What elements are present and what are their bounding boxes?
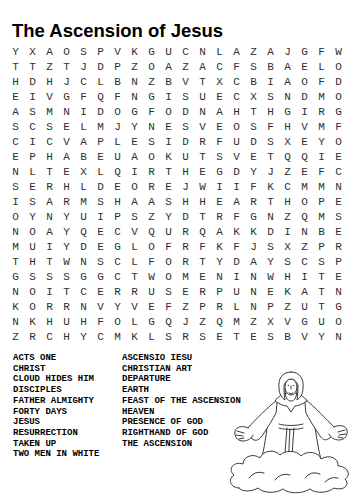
- grid-cell-r16c5[interactable]: G: [75, 269, 92, 284]
- grid-cell-r20c2[interactable]: R: [24, 329, 41, 344]
- grid-cell-r20c1[interactable]: Z: [7, 329, 24, 344]
- grid-cell-r3c11[interactable]: V: [177, 74, 194, 89]
- grid-cell-r5c11[interactable]: D: [177, 104, 194, 119]
- grid-cell-r1c10[interactable]: U: [160, 44, 177, 59]
- grid-cell-r11c5[interactable]: M: [75, 194, 92, 209]
- grid-cell-r6c14[interactable]: O: [228, 119, 245, 134]
- grid-cell-r20c8[interactable]: K: [126, 329, 143, 344]
- grid-cell-r17c13[interactable]: P: [211, 284, 228, 299]
- grid-cell-r2c12[interactable]: A: [194, 59, 211, 74]
- grid-cell-r7c2[interactable]: I: [24, 134, 41, 149]
- grid-cell-r3c8[interactable]: N: [126, 74, 143, 89]
- grid-cell-r15c3[interactable]: T: [41, 254, 58, 269]
- grid-cell-r13c17[interactable]: I: [279, 224, 296, 239]
- grid-cell-r8c15[interactable]: E: [245, 149, 262, 164]
- grid-cell-r10c1[interactable]: S: [7, 179, 24, 194]
- grid-cell-r6c19[interactable]: M: [313, 119, 330, 134]
- grid-cell-r9c2[interactable]: L: [24, 164, 41, 179]
- grid-cell-r6c18[interactable]: V: [296, 119, 313, 134]
- grid-cell-r8c17[interactable]: Q: [279, 149, 296, 164]
- grid-cell-r10c3[interactable]: R: [41, 179, 58, 194]
- grid-cell-r17c2[interactable]: O: [24, 284, 41, 299]
- grid-cell-r4c10[interactable]: I: [160, 89, 177, 104]
- grid-cell-r14c9[interactable]: O: [143, 239, 160, 254]
- grid-cell-r15c11[interactable]: R: [177, 254, 194, 269]
- grid-cell-r5c17[interactable]: G: [279, 104, 296, 119]
- grid-cell-r20c16[interactable]: S: [262, 329, 279, 344]
- grid-cell-r19c16[interactable]: X: [262, 314, 279, 329]
- grid-cell-r12c3[interactable]: N: [41, 209, 58, 224]
- grid-cell-r6c6[interactable]: M: [92, 119, 109, 134]
- grid-cell-r7c20[interactable]: O: [330, 134, 347, 149]
- grid-cell-r2c2[interactable]: T: [24, 59, 41, 74]
- grid-cell-r3c15[interactable]: B: [245, 74, 262, 89]
- grid-cell-r9c8[interactable]: I: [126, 164, 143, 179]
- grid-cell-r12c6[interactable]: I: [92, 209, 109, 224]
- grid-cell-r15c10[interactable]: O: [160, 254, 177, 269]
- grid-cell-r10c11[interactable]: J: [177, 179, 194, 194]
- grid-cell-r14c7[interactable]: G: [109, 239, 126, 254]
- grid-cell-r17c19[interactable]: T: [313, 284, 330, 299]
- grid-cell-r19c18[interactable]: G: [296, 314, 313, 329]
- grid-cell-r19c6[interactable]: F: [92, 314, 109, 329]
- grid-cell-r10c18[interactable]: M: [296, 179, 313, 194]
- grid-cell-r1c20[interactable]: W: [330, 44, 347, 59]
- grid-cell-r15c17[interactable]: S: [279, 254, 296, 269]
- grid-cell-r10c19[interactable]: M: [313, 179, 330, 194]
- grid-cell-r20c17[interactable]: B: [279, 329, 296, 344]
- grid-cell-r20c3[interactable]: C: [41, 329, 58, 344]
- grid-cell-r7c3[interactable]: C: [41, 134, 58, 149]
- grid-cell-r1c14[interactable]: A: [228, 44, 245, 59]
- grid-cell-r3c20[interactable]: D: [330, 74, 347, 89]
- grid-cell-r6c1[interactable]: S: [7, 119, 24, 134]
- grid-cell-r5c1[interactable]: A: [7, 104, 24, 119]
- grid-cell-r18c13[interactable]: R: [211, 299, 228, 314]
- grid-cell-r20c12[interactable]: S: [194, 329, 211, 344]
- grid-cell-r8c5[interactable]: B: [75, 149, 92, 164]
- grid-cell-r2c3[interactable]: Z: [41, 59, 58, 74]
- grid-cell-r9c3[interactable]: T: [41, 164, 58, 179]
- grid-cell-r3c19[interactable]: F: [313, 74, 330, 89]
- grid-cell-r15c4[interactable]: W: [58, 254, 75, 269]
- grid-cell-r14c4[interactable]: Y: [58, 239, 75, 254]
- grid-cell-r14c18[interactable]: Z: [296, 239, 313, 254]
- grid-cell-r13c15[interactable]: K: [245, 224, 262, 239]
- grid-cell-r11c6[interactable]: S: [92, 194, 109, 209]
- grid-cell-r18c20[interactable]: G: [330, 299, 347, 314]
- grid-cell-r15c14[interactable]: D: [228, 254, 245, 269]
- grid-cell-r7c11[interactable]: D: [177, 134, 194, 149]
- grid-cell-r2c1[interactable]: T: [7, 59, 24, 74]
- grid-cell-r15c20[interactable]: P: [330, 254, 347, 269]
- grid-cell-r18c2[interactable]: O: [24, 299, 41, 314]
- grid-cell-r9c4[interactable]: E: [58, 164, 75, 179]
- grid-cell-r17c4[interactable]: T: [58, 284, 75, 299]
- grid-cell-r8c6[interactable]: E: [92, 149, 109, 164]
- grid-cell-r5c16[interactable]: H: [262, 104, 279, 119]
- grid-cell-r17c7[interactable]: R: [109, 284, 126, 299]
- grid-cell-r7c5[interactable]: A: [75, 134, 92, 149]
- grid-cell-r2c11[interactable]: Z: [177, 59, 194, 74]
- grid-cell-r2c20[interactable]: O: [330, 59, 347, 74]
- grid-cell-r13c6[interactable]: E: [92, 224, 109, 239]
- grid-cell-r8c13[interactable]: S: [211, 149, 228, 164]
- grid-cell-r15c2[interactable]: H: [24, 254, 41, 269]
- grid-cell-r10c5[interactable]: L: [75, 179, 92, 194]
- grid-cell-r2c18[interactable]: E: [296, 59, 313, 74]
- grid-cell-r14c12[interactable]: F: [194, 239, 211, 254]
- grid-cell-r10c17[interactable]: C: [279, 179, 296, 194]
- grid-cell-r6c10[interactable]: E: [160, 119, 177, 134]
- grid-cell-r5c3[interactable]: M: [41, 104, 58, 119]
- grid-cell-r2c9[interactable]: O: [143, 59, 160, 74]
- grid-cell-r20c18[interactable]: V: [296, 329, 313, 344]
- grid-cell-r14c8[interactable]: L: [126, 239, 143, 254]
- grid-cell-r14c10[interactable]: F: [160, 239, 177, 254]
- grid-cell-r3c4[interactable]: J: [58, 74, 75, 89]
- grid-cell-r17c15[interactable]: N: [245, 284, 262, 299]
- grid-cell-r10c15[interactable]: F: [245, 179, 262, 194]
- grid-cell-r15c15[interactable]: A: [245, 254, 262, 269]
- grid-cell-r17c5[interactable]: C: [75, 284, 92, 299]
- grid-cell-r2c5[interactable]: J: [75, 59, 92, 74]
- grid-cell-r4c13[interactable]: E: [211, 89, 228, 104]
- grid-cell-r4c11[interactable]: S: [177, 89, 194, 104]
- grid-cell-r16c20[interactable]: E: [330, 269, 347, 284]
- grid-cell-r16c6[interactable]: G: [92, 269, 109, 284]
- grid-cell-r4c17[interactable]: N: [279, 89, 296, 104]
- grid-cell-r7c6[interactable]: P: [92, 134, 109, 149]
- grid-cell-r20c20[interactable]: N: [330, 329, 347, 344]
- grid-cell-r17c10[interactable]: S: [160, 284, 177, 299]
- grid-cell-r10c8[interactable]: O: [126, 179, 143, 194]
- grid-cell-r17c20[interactable]: N: [330, 284, 347, 299]
- grid-cell-r11c4[interactable]: R: [58, 194, 75, 209]
- grid-cell-r17c8[interactable]: R: [126, 284, 143, 299]
- grid-cell-r12c1[interactable]: O: [7, 209, 24, 224]
- grid-cell-r17c12[interactable]: R: [194, 284, 211, 299]
- grid-cell-r7c10[interactable]: I: [160, 134, 177, 149]
- grid-cell-r12c14[interactable]: F: [228, 209, 245, 224]
- grid-cell-r2c16[interactable]: B: [262, 59, 279, 74]
- grid-cell-r7c9[interactable]: S: [143, 134, 160, 149]
- grid-cell-r19c7[interactable]: O: [109, 314, 126, 329]
- grid-cell-r12c11[interactable]: D: [177, 209, 194, 224]
- grid-cell-r1c7[interactable]: V: [109, 44, 126, 59]
- grid-cell-r9c18[interactable]: E: [296, 164, 313, 179]
- grid-cell-r14c19[interactable]: P: [313, 239, 330, 254]
- grid-cell-r4c14[interactable]: C: [228, 89, 245, 104]
- grid-cell-r3c1[interactable]: H: [7, 74, 24, 89]
- grid-cell-r8c1[interactable]: E: [7, 149, 24, 164]
- grid-cell-r1c11[interactable]: C: [177, 44, 194, 59]
- grid-cell-r4c2[interactable]: I: [24, 89, 41, 104]
- grid-cell-r2c6[interactable]: D: [92, 59, 109, 74]
- grid-cell-r15c1[interactable]: T: [7, 254, 24, 269]
- grid-cell-r13c13[interactable]: A: [211, 224, 228, 239]
- grid-cell-r1c5[interactable]: S: [75, 44, 92, 59]
- grid-cell-r2c15[interactable]: S: [245, 59, 262, 74]
- grid-cell-r4c18[interactable]: D: [296, 89, 313, 104]
- grid-cell-r19c11[interactable]: J: [177, 314, 194, 329]
- grid-cell-r19c10[interactable]: Q: [160, 314, 177, 329]
- grid-cell-r11c11[interactable]: H: [177, 194, 194, 209]
- grid-cell-r3c9[interactable]: Z: [143, 74, 160, 89]
- grid-cell-r4c3[interactable]: V: [41, 89, 58, 104]
- grid-cell-r17c11[interactable]: E: [177, 284, 194, 299]
- grid-cell-r20c15[interactable]: E: [245, 329, 262, 344]
- grid-cell-r19c5[interactable]: H: [75, 314, 92, 329]
- grid-cell-r6c11[interactable]: S: [177, 119, 194, 134]
- grid-cell-r4c7[interactable]: F: [109, 89, 126, 104]
- grid-cell-r20c13[interactable]: E: [211, 329, 228, 344]
- grid-cell-r6c16[interactable]: F: [262, 119, 279, 134]
- grid-cell-r3c13[interactable]: X: [211, 74, 228, 89]
- grid-cell-r11c19[interactable]: P: [313, 194, 330, 209]
- grid-cell-r18c11[interactable]: Z: [177, 299, 194, 314]
- grid-cell-r6c8[interactable]: Y: [126, 119, 143, 134]
- grid-cell-r2c4[interactable]: T: [58, 59, 75, 74]
- grid-cell-r16c3[interactable]: S: [41, 269, 58, 284]
- grid-cell-r16c7[interactable]: C: [109, 269, 126, 284]
- grid-cell-r16c9[interactable]: W: [143, 269, 160, 284]
- grid-cell-r9c10[interactable]: T: [160, 164, 177, 179]
- grid-cell-r8c10[interactable]: K: [160, 149, 177, 164]
- grid-cell-r16c1[interactable]: G: [7, 269, 24, 284]
- grid-cell-r5c14[interactable]: H: [228, 104, 245, 119]
- grid-cell-r16c2[interactable]: S: [24, 269, 41, 284]
- grid-cell-r18c14[interactable]: L: [228, 299, 245, 314]
- grid-cell-r19c13[interactable]: Q: [211, 314, 228, 329]
- grid-cell-r12c5[interactable]: U: [75, 209, 92, 224]
- grid-cell-r15c7[interactable]: C: [109, 254, 126, 269]
- grid-cell-r4c19[interactable]: M: [313, 89, 330, 104]
- grid-cell-r10c6[interactable]: D: [92, 179, 109, 194]
- grid-cell-r14c1[interactable]: M: [7, 239, 24, 254]
- grid-cell-r14c17[interactable]: X: [279, 239, 296, 254]
- grid-cell-r5c13[interactable]: A: [211, 104, 228, 119]
- grid-cell-r4c6[interactable]: Q: [92, 89, 109, 104]
- grid-cell-r16c4[interactable]: S: [58, 269, 75, 284]
- grid-cell-r19c3[interactable]: H: [41, 314, 58, 329]
- grid-cell-r20c10[interactable]: S: [160, 329, 177, 344]
- grid-cell-r1c2[interactable]: X: [24, 44, 41, 59]
- grid-cell-r11c9[interactable]: A: [143, 194, 160, 209]
- grid-cell-r7c17[interactable]: X: [279, 134, 296, 149]
- grid-cell-r18c5[interactable]: N: [75, 299, 92, 314]
- grid-cell-r8c7[interactable]: U: [109, 149, 126, 164]
- grid-cell-r17c16[interactable]: E: [262, 284, 279, 299]
- grid-cell-r8c11[interactable]: U: [177, 149, 194, 164]
- grid-cell-r18c3[interactable]: R: [41, 299, 58, 314]
- grid-cell-r6c20[interactable]: F: [330, 119, 347, 134]
- grid-cell-r20c11[interactable]: R: [177, 329, 194, 344]
- grid-cell-r5c6[interactable]: D: [92, 104, 109, 119]
- grid-cell-r8c4[interactable]: A: [58, 149, 75, 164]
- grid-cell-r17c18[interactable]: A: [296, 284, 313, 299]
- grid-cell-r8c8[interactable]: A: [126, 149, 143, 164]
- grid-cell-r4c16[interactable]: S: [262, 89, 279, 104]
- grid-cell-r19c14[interactable]: M: [228, 314, 245, 329]
- grid-cell-r15c5[interactable]: N: [75, 254, 92, 269]
- grid-cell-r9c15[interactable]: Y: [245, 164, 262, 179]
- grid-cell-r3c16[interactable]: I: [262, 74, 279, 89]
- grid-cell-r15c9[interactable]: F: [143, 254, 160, 269]
- grid-cell-r4c20[interactable]: O: [330, 89, 347, 104]
- grid-cell-r4c4[interactable]: G: [58, 89, 75, 104]
- grid-cell-r4c8[interactable]: N: [126, 89, 143, 104]
- grid-cell-r4c15[interactable]: X: [245, 89, 262, 104]
- grid-cell-r10c14[interactable]: I: [228, 179, 245, 194]
- grid-cell-r15c18[interactable]: C: [296, 254, 313, 269]
- grid-cell-r9c6[interactable]: L: [92, 164, 109, 179]
- grid-cell-r1c9[interactable]: G: [143, 44, 160, 59]
- grid-cell-r15c13[interactable]: Y: [211, 254, 228, 269]
- grid-cell-r18c8[interactable]: V: [126, 299, 143, 314]
- grid-cell-r2c8[interactable]: Z: [126, 59, 143, 74]
- grid-cell-r6c9[interactable]: N: [143, 119, 160, 134]
- grid-cell-r11c17[interactable]: H: [279, 194, 296, 209]
- grid-cell-r6c17[interactable]: H: [279, 119, 296, 134]
- grid-cell-r10c4[interactable]: H: [58, 179, 75, 194]
- grid-cell-r19c4[interactable]: U: [58, 314, 75, 329]
- grid-cell-r11c3[interactable]: A: [41, 194, 58, 209]
- grid-cell-r2c14[interactable]: F: [228, 59, 245, 74]
- grid-cell-r11c8[interactable]: A: [126, 194, 143, 209]
- grid-cell-r2c19[interactable]: L: [313, 59, 330, 74]
- grid-cell-r7c4[interactable]: V: [58, 134, 75, 149]
- grid-cell-r18c10[interactable]: F: [160, 299, 177, 314]
- grid-cell-r1c16[interactable]: A: [262, 44, 279, 59]
- grid-cell-r13c18[interactable]: N: [296, 224, 313, 239]
- grid-cell-r13c20[interactable]: E: [330, 224, 347, 239]
- grid-cell-r12c8[interactable]: S: [126, 209, 143, 224]
- grid-cell-r6c4[interactable]: E: [58, 119, 75, 134]
- grid-cell-r8c3[interactable]: H: [41, 149, 58, 164]
- grid-cell-r10c2[interactable]: E: [24, 179, 41, 194]
- grid-cell-r2c7[interactable]: P: [109, 59, 126, 74]
- grid-cell-r5c20[interactable]: G: [330, 104, 347, 119]
- grid-cell-r11c10[interactable]: S: [160, 194, 177, 209]
- grid-cell-r6c5[interactable]: L: [75, 119, 92, 134]
- grid-cell-r12c12[interactable]: T: [194, 209, 211, 224]
- grid-cell-r1c12[interactable]: N: [194, 44, 211, 59]
- grid-cell-r18c9[interactable]: E: [143, 299, 160, 314]
- grid-cell-r3c3[interactable]: H: [41, 74, 58, 89]
- grid-cell-r7c15[interactable]: D: [245, 134, 262, 149]
- grid-cell-r5c4[interactable]: N: [58, 104, 75, 119]
- grid-cell-r9c13[interactable]: G: [211, 164, 228, 179]
- grid-cell-r12c4[interactable]: Y: [58, 209, 75, 224]
- grid-cell-r2c10[interactable]: A: [160, 59, 177, 74]
- grid-cell-r5c5[interactable]: I: [75, 104, 92, 119]
- grid-cell-r12c17[interactable]: Z: [279, 209, 296, 224]
- grid-cell-r16c13[interactable]: N: [211, 269, 228, 284]
- grid-cell-r15c6[interactable]: S: [92, 254, 109, 269]
- grid-cell-r14c3[interactable]: I: [41, 239, 58, 254]
- grid-cell-r10c13[interactable]: I: [211, 179, 228, 194]
- grid-cell-r14c14[interactable]: F: [228, 239, 245, 254]
- grid-cell-r8c14[interactable]: V: [228, 149, 245, 164]
- grid-cell-r12c9[interactable]: Z: [143, 209, 160, 224]
- grid-cell-r12c7[interactable]: P: [109, 209, 126, 224]
- grid-cell-r20c6[interactable]: C: [92, 329, 109, 344]
- grid-cell-r13c7[interactable]: C: [109, 224, 126, 239]
- grid-cell-r6c3[interactable]: S: [41, 119, 58, 134]
- grid-cell-r9c7[interactable]: Q: [109, 164, 126, 179]
- grid-cell-r10c9[interactable]: R: [143, 179, 160, 194]
- grid-cell-r20c9[interactable]: L: [143, 329, 160, 344]
- grid-cell-r13c19[interactable]: B: [313, 224, 330, 239]
- grid-cell-r14c11[interactable]: R: [177, 239, 194, 254]
- grid-cell-r12c16[interactable]: N: [262, 209, 279, 224]
- grid-cell-r9c17[interactable]: Z: [279, 164, 296, 179]
- grid-cell-r16c10[interactable]: O: [160, 269, 177, 284]
- grid-cell-r4c12[interactable]: U: [194, 89, 211, 104]
- grid-cell-r7c16[interactable]: S: [262, 134, 279, 149]
- grid-cell-r20c7[interactable]: M: [109, 329, 126, 344]
- grid-cell-r14c5[interactable]: D: [75, 239, 92, 254]
- grid-cell-r10c20[interactable]: N: [330, 179, 347, 194]
- grid-cell-r13c4[interactable]: Y: [58, 224, 75, 239]
- grid-cell-r18c12[interactable]: P: [194, 299, 211, 314]
- grid-cell-r7c13[interactable]: F: [211, 134, 228, 149]
- grid-cell-r11c1[interactable]: I: [7, 194, 24, 209]
- grid-cell-r6c15[interactable]: S: [245, 119, 262, 134]
- grid-cell-r5c18[interactable]: I: [296, 104, 313, 119]
- grid-cell-r10c12[interactable]: W: [194, 179, 211, 194]
- grid-cell-r5c8[interactable]: G: [126, 104, 143, 119]
- grid-cell-r14c20[interactable]: R: [330, 239, 347, 254]
- grid-cell-r6c12[interactable]: V: [194, 119, 211, 134]
- grid-cell-r16c16[interactable]: W: [262, 269, 279, 284]
- grid-cell-r1c1[interactable]: Y: [7, 44, 24, 59]
- grid-cell-r16c15[interactable]: N: [245, 269, 262, 284]
- grid-cell-r12c2[interactable]: Y: [24, 209, 41, 224]
- grid-cell-r11c16[interactable]: T: [262, 194, 279, 209]
- grid-cell-r14c16[interactable]: S: [262, 239, 279, 254]
- grid-cell-r7c18[interactable]: E: [296, 134, 313, 149]
- grid-cell-r11c7[interactable]: H: [109, 194, 126, 209]
- grid-cell-r16c14[interactable]: I: [228, 269, 245, 284]
- grid-cell-r2c13[interactable]: C: [211, 59, 228, 74]
- grid-cell-r15c16[interactable]: Y: [262, 254, 279, 269]
- grid-cell-r4c5[interactable]: F: [75, 89, 92, 104]
- grid-cell-r3c2[interactable]: D: [24, 74, 41, 89]
- grid-cell-r6c7[interactable]: J: [109, 119, 126, 134]
- grid-cell-r8c20[interactable]: E: [330, 149, 347, 164]
- grid-cell-r4c9[interactable]: G: [143, 89, 160, 104]
- grid-cell-r2c17[interactable]: A: [279, 59, 296, 74]
- grid-cell-r1c6[interactable]: P: [92, 44, 109, 59]
- grid-cell-r19c9[interactable]: G: [143, 314, 160, 329]
- grid-cell-r13c11[interactable]: R: [177, 224, 194, 239]
- grid-cell-r12c18[interactable]: Q: [296, 209, 313, 224]
- grid-cell-r3c17[interactable]: A: [279, 74, 296, 89]
- grid-cell-r11c13[interactable]: E: [211, 194, 228, 209]
- grid-cell-r10c16[interactable]: K: [262, 179, 279, 194]
- grid-cell-r19c19[interactable]: U: [313, 314, 330, 329]
- grid-cell-r16c8[interactable]: T: [126, 269, 143, 284]
- grid-cell-r8c12[interactable]: T: [194, 149, 211, 164]
- grid-cell-r17c1[interactable]: N: [7, 284, 24, 299]
- grid-cell-r5c9[interactable]: F: [143, 104, 160, 119]
- grid-cell-r8c2[interactable]: P: [24, 149, 41, 164]
- grid-cell-r9c11[interactable]: H: [177, 164, 194, 179]
- grid-cell-r11c12[interactable]: H: [194, 194, 211, 209]
- grid-cell-r6c2[interactable]: C: [24, 119, 41, 134]
